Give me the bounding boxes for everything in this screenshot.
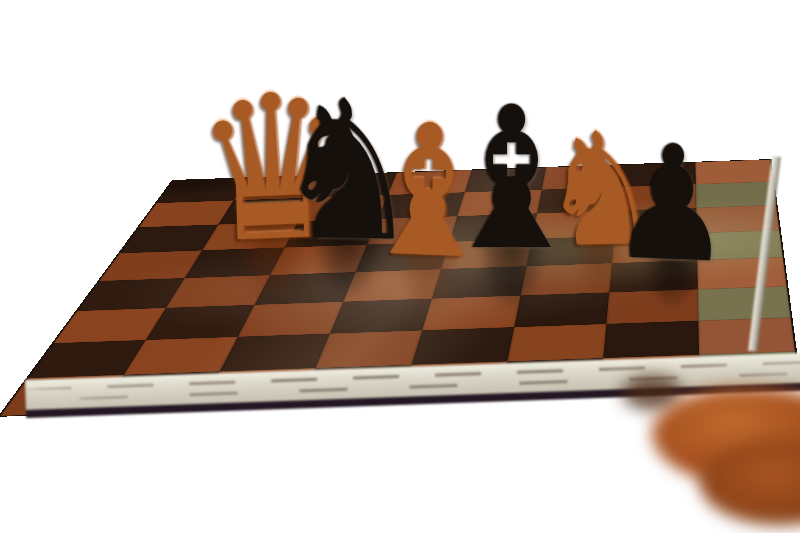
photo-stage: ♛♞♝♝♞♟ <box>0 0 800 533</box>
square-g2 <box>603 321 699 358</box>
square-e2 <box>412 327 515 365</box>
square-d3 <box>330 299 432 334</box>
square-h2 <box>698 318 795 355</box>
dark-pawn: ♟ <box>609 122 734 285</box>
square-c3 <box>238 302 343 337</box>
square-c2 <box>220 334 330 372</box>
square-f3 <box>514 292 609 327</box>
square-f2 <box>507 324 606 361</box>
square-e3 <box>422 296 520 331</box>
square-d2 <box>316 330 422 368</box>
